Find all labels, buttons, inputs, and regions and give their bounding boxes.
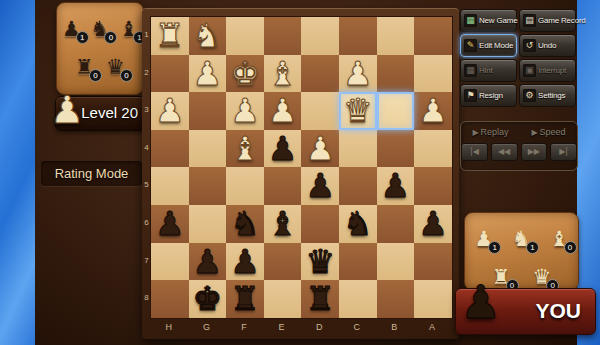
- hint-icon: ▦: [464, 64, 477, 77]
- square-h3[interactable]: ♟: [151, 92, 189, 130]
- rank-label-1: 1: [143, 16, 150, 54]
- square-c2[interactable]: ♟: [339, 55, 377, 93]
- black-piece-h6: ♟: [151, 205, 189, 243]
- file-label-f: F: [225, 319, 263, 336]
- square-a6[interactable]: ♟: [414, 205, 452, 243]
- new-game-label: New Game: [479, 16, 517, 25]
- square-e7[interactable]: [264, 243, 302, 281]
- white-piece-f2: ♚: [226, 55, 264, 93]
- square-g4[interactable]: [189, 130, 227, 168]
- square-c3[interactable]: ♛: [339, 92, 377, 130]
- board-squares: ♜♞♟♚♝♟♟♟♟♛♟♝♟♟♟♟♟♞♝♞♟♟♟♛♚♜♜: [150, 16, 453, 319]
- black-piece-g7: ♟: [189, 243, 227, 281]
- white-piece-e2: ♝: [264, 55, 302, 93]
- square-b1[interactable]: [377, 17, 415, 55]
- square-a3[interactable]: ♟: [414, 92, 452, 130]
- square-g8[interactable]: ♚: [189, 280, 227, 318]
- step-forward-button[interactable]: ▶▶: [521, 143, 548, 161]
- you-label: YOU: [535, 299, 581, 323]
- square-e4[interactable]: ♟: [264, 130, 302, 168]
- square-a1[interactable]: [414, 17, 452, 55]
- square-e2[interactable]: ♝: [264, 55, 302, 93]
- white-piece-e3: ♟: [264, 92, 302, 130]
- captured-knight-count: 0: [104, 31, 117, 44]
- game-record-button[interactable]: ▤Game Record: [519, 9, 576, 32]
- captured-knight-icon: ♞1: [512, 222, 531, 256]
- square-g5[interactable]: [189, 167, 227, 205]
- square-f4[interactable]: ♝: [226, 130, 264, 168]
- rank-label-3: 3: [143, 91, 150, 129]
- black-piece-a6: ♟: [414, 205, 452, 243]
- settings-label: Settings: [538, 91, 565, 100]
- captured-queen-icon: ♛0: [106, 50, 125, 84]
- white-piece-c3: ♛: [339, 92, 377, 130]
- rank-label-4: 4: [143, 129, 150, 167]
- black-piece-c6: ♞: [339, 205, 377, 243]
- square-a7[interactable]: [414, 243, 452, 281]
- black-piece-d5: ♟: [301, 167, 339, 205]
- resign-button[interactable]: ⚑Resign: [460, 84, 517, 107]
- game-record-icon: ▤: [523, 14, 536, 27]
- captured-knight-count: 1: [526, 241, 539, 254]
- rank-label-7: 7: [143, 242, 150, 280]
- chess-board: ♜♞♟♚♝♟♟♟♟♛♟♝♟♟♟♟♟♞♝♞♟♟♟♛♚♜♜ 12345678 HGF…: [142, 8, 459, 339]
- square-b7[interactable]: [377, 243, 415, 281]
- square-h1[interactable]: ♜: [151, 17, 189, 55]
- speed-icon: ▶: [531, 128, 537, 137]
- white-piece-g1: ♞: [189, 17, 227, 55]
- undo-button[interactable]: ↺Undo: [519, 34, 576, 57]
- rank-label-2: 2: [143, 54, 150, 92]
- jump-start-button[interactable]: |◀: [461, 143, 488, 161]
- square-d1[interactable]: [301, 17, 339, 55]
- square-g6[interactable]: [189, 205, 227, 243]
- hint-button[interactable]: ▦Hint: [460, 59, 517, 82]
- black-piece-d8: ♜: [301, 280, 339, 318]
- captured-bishop-count: 0: [564, 241, 577, 254]
- undo-icon: ↺: [523, 39, 536, 52]
- file-label-h: H: [150, 319, 188, 336]
- black-piece-e4: ♟: [264, 130, 302, 168]
- replay-icon: ▶: [472, 128, 478, 137]
- white-piece-a3: ♟: [414, 92, 452, 130]
- square-e5[interactable]: [264, 167, 302, 205]
- captured-pawn-icon: ♟1: [62, 12, 81, 46]
- square-e8[interactable]: [264, 280, 302, 318]
- square-e3[interactable]: ♟: [264, 92, 302, 130]
- file-label-d: D: [300, 319, 338, 336]
- square-h2[interactable]: [151, 55, 189, 93]
- square-c5[interactable]: [339, 167, 377, 205]
- square-e6[interactable]: ♝: [264, 205, 302, 243]
- black-piece-f8: ♜: [226, 280, 264, 318]
- square-h5[interactable]: [151, 167, 189, 205]
- square-f5[interactable]: [226, 167, 264, 205]
- rating-mode-panel: Rating Mode: [41, 161, 142, 186]
- edit-mode-button[interactable]: ✎Edit Mode: [460, 34, 517, 57]
- square-f6[interactable]: ♞: [226, 205, 264, 243]
- right-button-grid: ▦New Game▤Game Record✎Edit Mode↺Undo▦Hin…: [460, 9, 576, 107]
- rating-mode-label: Rating Mode: [41, 161, 142, 186]
- white-piece-c2: ♟: [339, 55, 377, 93]
- black-piece-f7: ♟: [226, 243, 264, 281]
- square-d6[interactable]: [301, 205, 339, 243]
- square-d4[interactable]: ♟: [301, 130, 339, 168]
- square-g1[interactable]: ♞: [189, 17, 227, 55]
- square-f2[interactable]: ♚: [226, 55, 264, 93]
- settings-button[interactable]: ⚙Settings: [519, 84, 576, 107]
- captured-bishop-icon: ♝0: [550, 222, 569, 256]
- white-piece-h3: ♟: [151, 92, 189, 130]
- step-back-button[interactable]: ◀◀: [491, 143, 518, 161]
- desktop-background-left: [0, 0, 35, 345]
- square-c7[interactable]: [339, 243, 377, 281]
- you-banner: ♟ YOU: [455, 288, 596, 335]
- captured-rook-count: 0: [89, 69, 102, 82]
- black-piece-g8: ♚: [189, 280, 227, 318]
- new-game-button[interactable]: ▦New Game: [460, 9, 517, 32]
- rank-label-6: 6: [143, 204, 150, 242]
- playback-panel: ▶Replay ▶Speed |◀◀◀▶▶▶|: [460, 121, 578, 171]
- captured-knight-icon: ♞0: [91, 12, 110, 46]
- square-b6[interactable]: [377, 205, 415, 243]
- square-c6[interactable]: ♞: [339, 205, 377, 243]
- rank-label-8: 8: [143, 279, 150, 317]
- square-e1[interactable]: [264, 17, 302, 55]
- square-b2[interactable]: [377, 55, 415, 93]
- file-label-c: C: [338, 319, 376, 336]
- square-d2[interactable]: [301, 55, 339, 93]
- square-g7[interactable]: ♟: [189, 243, 227, 281]
- file-label-a: A: [413, 319, 451, 336]
- level-label: Level 20: [81, 104, 138, 121]
- com-captured-tray: ♟1♞0♝1♜0♛0: [56, 2, 144, 95]
- captured-rook-icon: ♜0: [75, 50, 94, 84]
- file-label-g: G: [188, 319, 226, 336]
- rank-label-5: 5: [143, 166, 150, 204]
- resign-label: Resign: [479, 91, 503, 100]
- square-c1[interactable]: [339, 17, 377, 55]
- white-piece-g2: ♟: [189, 55, 227, 93]
- black-piece-d7: ♛: [301, 243, 339, 281]
- square-b5[interactable]: ♟: [377, 167, 415, 205]
- square-c4[interactable]: [339, 130, 377, 168]
- interrupt-button[interactable]: ▣Interrupt: [519, 59, 576, 82]
- new-game-icon: ▦: [464, 14, 477, 27]
- com-side-piece-icon: ♟: [50, 88, 84, 132]
- file-label-b: B: [376, 319, 414, 336]
- square-h4[interactable]: [151, 130, 189, 168]
- square-f3[interactable]: ♟: [226, 92, 264, 130]
- square-d8[interactable]: ♜: [301, 280, 339, 318]
- black-piece-b5: ♟: [377, 167, 415, 205]
- captured-pawn-count: 1: [488, 241, 501, 254]
- black-piece-e6: ♝: [264, 205, 302, 243]
- undo-label: Undo: [538, 41, 556, 50]
- white-piece-d4: ♟: [301, 130, 339, 168]
- captured-pawn-icon: ♟1: [474, 222, 493, 256]
- square-a4[interactable]: [414, 130, 452, 168]
- black-piece-f6: ♞: [226, 205, 264, 243]
- captured-queen-count: 0: [120, 69, 133, 82]
- captured-bishop-icon: ♝1: [119, 12, 138, 46]
- app-background: ♟1♞0♝1♜0♛0 Level 20 ♟ Rating Mode ♜♞♟♚♝♟…: [35, 0, 577, 345]
- edit-mode-icon: ✎: [464, 39, 477, 52]
- white-piece-f3: ♟: [226, 92, 264, 130]
- square-a8[interactable]: [414, 280, 452, 318]
- square-c8[interactable]: [339, 280, 377, 318]
- square-g2[interactable]: ♟: [189, 55, 227, 93]
- resign-icon: ⚑: [464, 89, 477, 102]
- square-b4[interactable]: [377, 130, 415, 168]
- square-b8[interactable]: [377, 280, 415, 318]
- replay-button[interactable]: ▶Replay: [472, 127, 508, 137]
- transport-controls: |◀◀◀▶▶▶|: [461, 143, 577, 161]
- white-piece-h1: ♜: [151, 17, 189, 55]
- file-labels: HGFEDCBA: [150, 319, 451, 336]
- captured-pawn-count: 1: [76, 31, 89, 44]
- square-f1[interactable]: [226, 17, 264, 55]
- interrupt-icon: ▣: [523, 64, 536, 77]
- square-b3[interactable]: [377, 92, 415, 130]
- square-d3[interactable]: [301, 92, 339, 130]
- settings-icon: ⚙: [523, 89, 536, 102]
- speed-button[interactable]: ▶Speed: [531, 127, 565, 137]
- square-d7[interactable]: ♛: [301, 243, 339, 281]
- square-f7[interactable]: ♟: [226, 243, 264, 281]
- square-h6[interactable]: ♟: [151, 205, 189, 243]
- square-a2[interactable]: [414, 55, 452, 93]
- you-side-piece-icon: ♟: [460, 275, 501, 329]
- file-label-e: E: [263, 319, 301, 336]
- edit-mode-label: Edit Mode: [479, 41, 513, 50]
- square-d5[interactable]: ♟: [301, 167, 339, 205]
- jump-end-button[interactable]: ▶|: [550, 143, 577, 161]
- square-g3[interactable]: [189, 92, 227, 130]
- chess-app-window: ♟1♞0♝1♜0♛0 Level 20 ♟ Rating Mode ♜♞♟♚♝♟…: [0, 0, 600, 345]
- game-record-label: Game Record: [538, 16, 586, 25]
- square-h7[interactable]: [151, 243, 189, 281]
- white-piece-f4: ♝: [226, 130, 264, 168]
- interrupt-label: Interrupt: [538, 66, 566, 75]
- square-h8[interactable]: [151, 280, 189, 318]
- square-a5[interactable]: [414, 167, 452, 205]
- square-f8[interactable]: ♜: [226, 280, 264, 318]
- hint-label: Hint: [479, 66, 492, 75]
